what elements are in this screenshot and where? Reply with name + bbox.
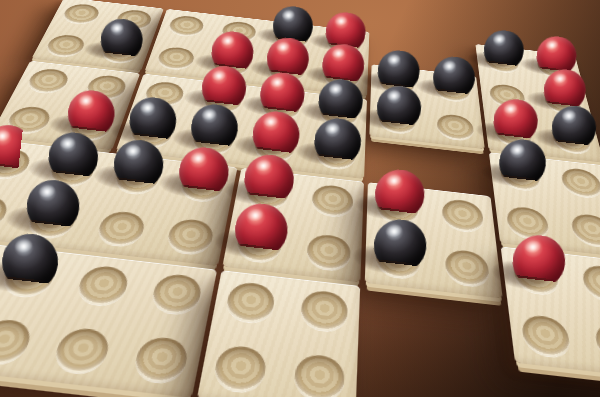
marble-highlight	[109, 21, 125, 34]
marble-highlight	[219, 34, 235, 47]
marble-highlight	[138, 100, 156, 115]
board-plane	[0, 0, 600, 397]
marble-highlight	[386, 53, 402, 66]
marble-highlight	[327, 82, 344, 96]
marble-highlight	[254, 157, 273, 173]
marble-highlight	[560, 108, 577, 122]
marble-highlight	[523, 238, 543, 255]
marble-highlight	[281, 8, 296, 21]
marble-highlight	[188, 150, 207, 166]
marble-highlight	[275, 40, 291, 53]
marble-highlight	[37, 183, 57, 200]
marble-highlight	[323, 121, 341, 136]
marble-highlight	[123, 143, 142, 159]
marble-highlight	[385, 88, 402, 102]
table-scene	[0, 0, 600, 397]
board-divot[interactable]	[444, 248, 490, 288]
marble-highlight	[262, 114, 280, 129]
marble-highlight	[77, 93, 95, 108]
marble-highlight	[330, 46, 346, 59]
marble-highlight	[0, 128, 12, 144]
camera-roll	[0, 0, 600, 397]
marble-highlight	[552, 72, 568, 85]
marble-highlight	[333, 14, 348, 27]
marble-highlight	[384, 172, 403, 188]
marble-highlight	[245, 207, 265, 224]
marble-highlight	[13, 237, 35, 255]
marble-highlight	[502, 102, 519, 116]
marble-highlight	[269, 75, 286, 89]
marble-highlight	[200, 107, 218, 122]
board-divot[interactable]	[50, 326, 113, 375]
marble-highlight	[441, 59, 457, 72]
board-divot[interactable]	[441, 198, 484, 233]
marble-highlight	[384, 222, 404, 239]
marble-highlight	[58, 135, 77, 151]
marble-highlight	[508, 142, 526, 157]
marble-highlight	[544, 38, 559, 51]
marble-highlight	[491, 32, 506, 45]
marble-highlight	[210, 68, 227, 82]
